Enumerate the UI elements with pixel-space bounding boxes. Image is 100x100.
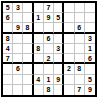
cell-r9c6-empty[interactable] xyxy=(54,85,64,95)
cell-r7c6-empty[interactable] xyxy=(54,64,64,74)
cell-r1c6-empty[interactable] xyxy=(54,3,64,13)
cell-r7c4-empty[interactable] xyxy=(34,64,44,74)
cell-r7c2-given: 6 xyxy=(13,64,23,74)
cell-r6c3-empty[interactable] xyxy=(23,54,33,64)
cell-r7c5-empty[interactable] xyxy=(44,64,54,74)
cell-r3c6-empty[interactable] xyxy=(54,23,64,33)
cell-r8c2-empty[interactable] xyxy=(13,75,23,85)
cell-r1c4-empty[interactable] xyxy=(34,3,44,13)
cell-r3c3-given: 8 xyxy=(23,23,33,33)
cell-r2c6-given: 5 xyxy=(54,13,64,23)
cell-r1c2-given: 3 xyxy=(13,3,23,13)
cell-r1c5-given: 7 xyxy=(44,3,54,13)
cell-r2c4-given: 1 xyxy=(34,13,44,23)
cell-r5c9-given: 1 xyxy=(85,44,95,54)
cell-r3c7-empty[interactable] xyxy=(64,23,74,33)
cell-r8c5-given: 1 xyxy=(44,75,54,85)
cell-r2c2-empty[interactable] xyxy=(13,13,23,23)
cell-r9c2-empty[interactable] xyxy=(13,85,23,95)
cell-r9c3-empty[interactable] xyxy=(23,85,33,95)
cell-r8c7-empty[interactable] xyxy=(64,75,74,85)
cell-r2c8-empty[interactable] xyxy=(75,13,85,23)
cell-r2c9-empty[interactable] xyxy=(85,13,95,23)
cell-r1c1-given: 5 xyxy=(3,3,13,13)
cell-r4c3-empty[interactable] xyxy=(23,34,33,44)
cell-r9c1-empty[interactable] xyxy=(3,85,13,95)
cell-r6c5-given: 2 xyxy=(44,54,54,64)
cell-r3c4-empty[interactable] xyxy=(34,23,44,33)
cell-r5c2-empty[interactable] xyxy=(13,44,23,54)
cell-r4c5-given: 6 xyxy=(44,34,54,44)
cell-r6c1-given: 7 xyxy=(3,54,13,64)
cell-r8c3-empty[interactable] xyxy=(23,75,33,85)
cell-r9c4-empty[interactable] xyxy=(34,85,44,95)
cell-r5c7-empty[interactable] xyxy=(64,44,74,54)
cell-r4c7-empty[interactable] xyxy=(64,34,74,44)
cell-r6c6-empty[interactable] xyxy=(54,54,64,64)
cell-r4c1-given: 8 xyxy=(3,34,13,44)
cell-r8c6-given: 9 xyxy=(54,75,64,85)
cell-r4c6-empty[interactable] xyxy=(54,34,64,44)
cell-r3c1-empty[interactable] xyxy=(3,23,13,33)
cell-r6c9-given: 6 xyxy=(85,54,95,64)
cell-r5c5-empty[interactable] xyxy=(44,44,54,54)
cell-r5c3-empty[interactable] xyxy=(23,44,33,54)
cell-r4c2-empty[interactable] xyxy=(13,34,23,44)
cell-r9c9-given: 9 xyxy=(85,85,95,95)
cell-r6c2-empty[interactable] xyxy=(13,54,23,64)
cell-r4c4-empty[interactable] xyxy=(34,34,44,44)
cell-r1c3-empty[interactable] xyxy=(23,3,33,13)
cell-r5c1-given: 4 xyxy=(3,44,13,54)
cell-r5c4-given: 8 xyxy=(34,44,44,54)
cell-r1c8-empty[interactable] xyxy=(75,3,85,13)
cell-r3c5-empty[interactable] xyxy=(44,23,54,33)
cell-r6c8-empty[interactable] xyxy=(75,54,85,64)
cell-r6c7-empty[interactable] xyxy=(64,54,74,64)
cell-r8c8-empty[interactable] xyxy=(75,75,85,85)
cell-r2c5-given: 9 xyxy=(44,13,54,23)
cell-r6c4-empty[interactable] xyxy=(34,54,44,64)
cell-r5c6-given: 3 xyxy=(54,44,64,54)
cell-r4c9-given: 3 xyxy=(85,34,95,44)
cell-r2c1-given: 6 xyxy=(3,13,13,23)
cell-r7c9-empty[interactable] xyxy=(85,64,95,74)
cell-r8c4-given: 4 xyxy=(34,75,44,85)
cell-r8c9-given: 5 xyxy=(85,75,95,85)
cell-r3c9-empty[interactable] xyxy=(85,23,95,33)
cell-r4c8-empty[interactable] xyxy=(75,34,85,44)
cell-r8c1-empty[interactable] xyxy=(3,75,13,85)
cell-r9c8-given: 7 xyxy=(75,85,85,95)
cell-r2c3-empty[interactable] xyxy=(23,13,33,23)
cell-r5c8-empty[interactable] xyxy=(75,44,85,54)
sudoku-board: 537619598686348317266284195879 xyxy=(1,1,97,97)
cell-r1c7-empty[interactable] xyxy=(64,3,74,13)
cell-r7c3-empty[interactable] xyxy=(23,64,33,74)
cell-r7c8-given: 8 xyxy=(75,64,85,74)
sudoku-page: 537619598686348317266284195879 xyxy=(0,0,100,100)
cell-r7c1-empty[interactable] xyxy=(3,64,13,74)
cell-r3c2-given: 9 xyxy=(13,23,23,33)
cell-r3c8-given: 6 xyxy=(75,23,85,33)
cell-r2c7-empty[interactable] xyxy=(64,13,74,23)
cell-r7c7-given: 2 xyxy=(64,64,74,74)
cell-r9c7-empty[interactable] xyxy=(64,85,74,95)
cell-r9c5-given: 8 xyxy=(44,85,54,95)
cell-r1c9-empty[interactable] xyxy=(85,3,95,13)
